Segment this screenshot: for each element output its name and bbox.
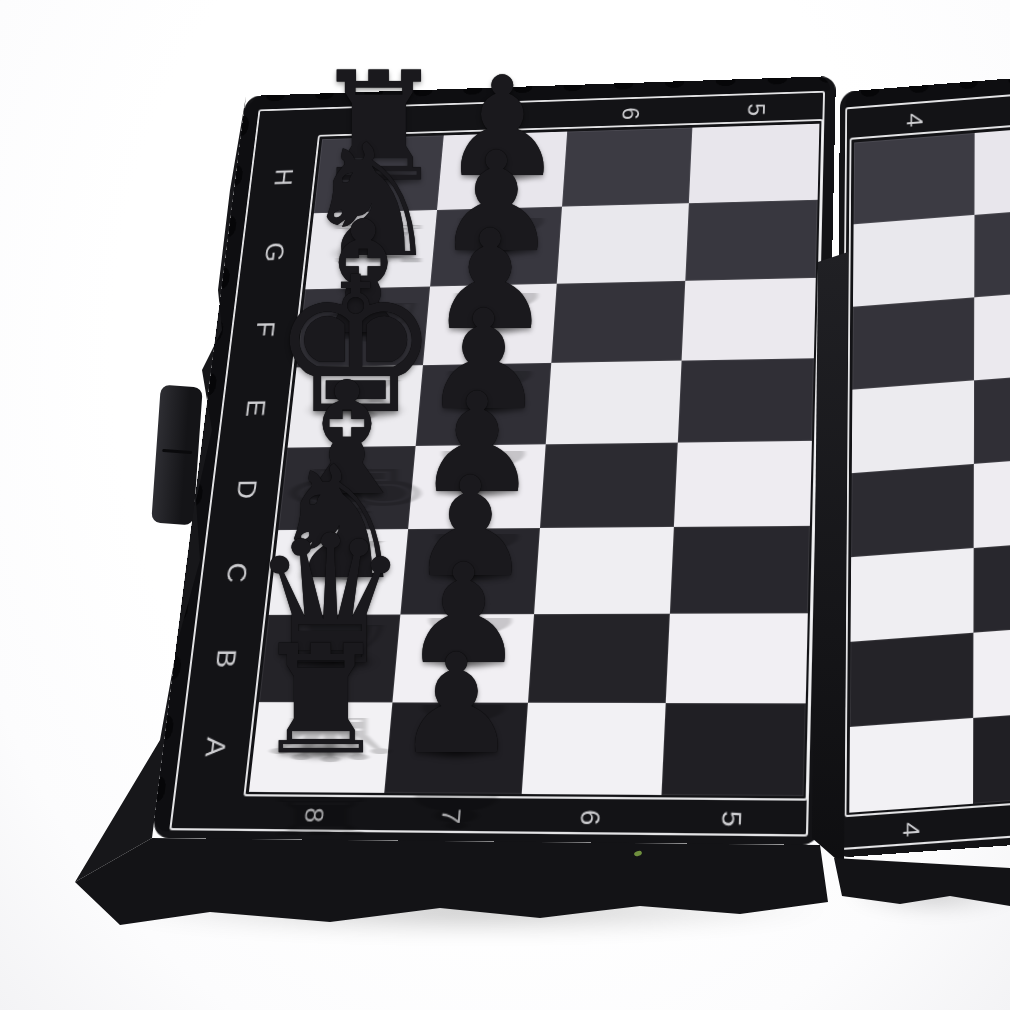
dust-speck [633,850,642,857]
square-e6 [546,361,682,445]
checkerboard-grid [249,124,820,796]
square-d4 [851,464,974,557]
square-e8 [288,365,423,447]
rank-label-5-bottom: 5 [707,801,756,836]
square-c7 [400,528,540,615]
square-a7 [384,702,528,794]
square-c5 [670,526,810,614]
rank-label-text: 7 [435,808,467,825]
square-g8 [305,210,437,289]
square-b4 [850,633,974,727]
square-b7 [392,614,534,703]
file-label-h: H [248,139,316,215]
square-a4 [849,718,973,813]
file-label-g: G [239,213,308,290]
square-e7 [416,363,552,446]
square-a8 [249,702,392,793]
file-label-text: E [239,399,271,418]
chessboard-folded-half: 43214321 [834,46,1010,858]
rank-label-8-top: 8 [363,107,406,135]
square-d7 [408,444,546,529]
board-floor-shadow [96,886,840,934]
file-label-text: A [198,736,232,756]
square-h3 [974,123,1010,214]
square-b3 [973,624,1010,718]
file-label-c: C [199,530,273,615]
file-label-e: E [219,367,290,448]
file-label-text: B [209,648,242,668]
rank-label-text: 8 [298,807,329,823]
square-g5 [685,200,817,281]
rank-label-7-top: 7 [485,103,528,131]
square-c8 [269,529,408,615]
rank-label-7-bottom: 7 [427,799,476,833]
file-label-d: D [209,448,281,531]
product-photo-scene: 87658765HGFEDCBA 43214321 ♜♜♞♞♝♝♚♚♝♝♞♞♛♛… [0,0,1010,1010]
square-g4 [853,215,974,307]
square-f3 [974,288,1010,380]
rank-label-5-top: 5 [735,95,778,124]
rank-label-text: 4 [897,821,924,838]
square-f5 [682,278,816,361]
square-h8 [314,135,444,213]
square-g7 [430,207,562,287]
file-label-text: H [267,168,298,187]
checkerboard-grid [849,104,1010,812]
file-label-text: C [219,562,252,583]
square-h4 [854,133,975,224]
rank-label-text: 6 [616,106,644,120]
square-h7 [437,132,567,210]
rank-label-4-bottom: 4 [890,812,931,847]
square-c3 [973,539,1010,633]
square-d8 [278,446,415,530]
rank-label-text: 4 [901,112,928,128]
rank-label-text: 5 [742,102,770,116]
square-f4 [852,297,974,389]
square-c4 [851,548,974,642]
file-label-b: B [188,615,263,702]
file-label-text: G [258,242,289,263]
square-d5 [674,441,812,527]
file-label-a: A [177,702,253,792]
square-b6 [528,614,670,703]
square-a5 [661,703,805,796]
square-d3 [974,455,1010,548]
square-b5 [666,613,808,703]
rank-label-text: 6 [574,809,606,826]
square-d6 [540,443,678,528]
board-floor-shadow-right [844,874,1010,914]
file-label-f: F [229,289,299,368]
file-label-text: F [249,320,280,337]
file-label-text: D [230,479,262,499]
square-h6 [562,128,692,207]
square-f7 [423,284,557,365]
square-f6 [551,281,685,363]
square-a3 [973,709,1010,804]
rank-label-text: 5 [715,810,747,827]
square-f8 [297,287,431,368]
rank-label-8-bottom: 8 [290,798,339,832]
square-e5 [678,358,814,442]
square-c6 [534,527,674,614]
square-e4 [852,380,974,473]
chessboard-main-half: 87658765HGFEDCBA [152,76,836,845]
square-h5 [689,124,820,204]
square-g3 [974,205,1010,297]
rank-label-4-top: 4 [894,103,934,136]
square-e3 [974,371,1010,464]
rank-label-text: 7 [492,110,520,124]
rank-label-6-top: 6 [609,99,652,127]
rank-label-6-bottom: 6 [566,800,615,835]
rank-label-text: 8 [370,114,398,128]
square-a6 [522,703,666,795]
square-g6 [557,203,689,283]
square-b8 [259,615,400,703]
